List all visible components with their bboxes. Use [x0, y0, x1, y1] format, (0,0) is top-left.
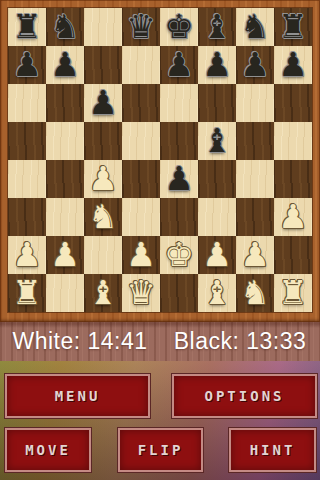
white-bishop: ♝ [84, 274, 122, 312]
white-king: ♚ [160, 236, 198, 274]
white-pawn: ♟ [198, 236, 236, 274]
white-rook: ♜ [274, 274, 312, 312]
square-a8[interactable]: ♜ [8, 8, 46, 46]
black-pawn: ♟ [236, 46, 274, 84]
square-f3[interactable] [198, 198, 236, 236]
black-rook: ♜ [8, 8, 46, 46]
square-e2[interactable]: ♚ [160, 236, 198, 274]
square-e7[interactable]: ♟ [160, 46, 198, 84]
square-a5[interactable] [8, 122, 46, 160]
white-pawn: ♟ [84, 160, 122, 198]
square-g6[interactable] [236, 84, 274, 122]
square-f5[interactable]: ♝ [198, 122, 236, 160]
square-c4[interactable]: ♟ [84, 160, 122, 198]
square-h4[interactable] [274, 160, 312, 198]
square-e3[interactable] [160, 198, 198, 236]
square-c2[interactable] [84, 236, 122, 274]
square-d4[interactable] [122, 160, 160, 198]
black-bishop: ♝ [198, 8, 236, 46]
square-f1[interactable]: ♝ [198, 274, 236, 312]
chess-app-screen: ♜♞♛♚♝♞♜♟♟♟♟♟♟♟♝♟♟♞♟♟♟♟♚♟♟♜♝♛♝♞♜ White: 1… [0, 0, 320, 480]
square-b2[interactable]: ♟ [46, 236, 84, 274]
black-knight: ♞ [236, 8, 274, 46]
square-h5[interactable] [274, 122, 312, 160]
black-clock: Black: 13:33 [160, 328, 320, 355]
square-b7[interactable]: ♟ [46, 46, 84, 84]
square-d8[interactable]: ♛ [122, 8, 160, 46]
white-pawn: ♟ [122, 236, 160, 274]
black-pawn: ♟ [198, 46, 236, 84]
square-d1[interactable]: ♛ [122, 274, 160, 312]
black-knight: ♞ [46, 8, 84, 46]
square-a1[interactable]: ♜ [8, 274, 46, 312]
square-g8[interactable]: ♞ [236, 8, 274, 46]
flip-button[interactable]: FLIP [118, 428, 203, 472]
square-h6[interactable] [274, 84, 312, 122]
black-pawn: ♟ [8, 46, 46, 84]
white-bishop: ♝ [198, 274, 236, 312]
white-knight: ♞ [236, 274, 274, 312]
square-c3[interactable]: ♞ [84, 198, 122, 236]
square-h8[interactable]: ♜ [274, 8, 312, 46]
square-a4[interactable] [8, 160, 46, 198]
black-rook: ♜ [274, 8, 312, 46]
square-b3[interactable] [46, 198, 84, 236]
white-pawn: ♟ [236, 236, 274, 274]
black-king: ♚ [160, 8, 198, 46]
square-e1[interactable] [160, 274, 198, 312]
options-button[interactable]: OPTIONS [172, 374, 317, 418]
white-pawn: ♟ [8, 236, 46, 274]
square-f4[interactable] [198, 160, 236, 198]
menu-button[interactable]: MENU [5, 374, 150, 418]
square-e6[interactable] [160, 84, 198, 122]
square-e5[interactable] [160, 122, 198, 160]
square-h2[interactable] [274, 236, 312, 274]
square-e8[interactable]: ♚ [160, 8, 198, 46]
square-d6[interactable] [122, 84, 160, 122]
white-queen: ♛ [122, 274, 160, 312]
square-d3[interactable] [122, 198, 160, 236]
square-e4[interactable]: ♟ [160, 160, 198, 198]
white-pawn: ♟ [46, 236, 84, 274]
square-c7[interactable] [84, 46, 122, 84]
black-bishop: ♝ [198, 122, 236, 160]
square-f6[interactable] [198, 84, 236, 122]
square-d5[interactable] [122, 122, 160, 160]
chess-board[interactable]: ♜♞♛♚♝♞♜♟♟♟♟♟♟♟♝♟♟♞♟♟♟♟♚♟♟♜♝♛♝♞♜ [8, 8, 312, 312]
white-knight: ♞ [84, 198, 122, 236]
control-panel: MENU OPTIONS MOVE FLIP HINT [0, 361, 320, 480]
clock-bar: White: 14:41 Black: 13:33 [0, 322, 320, 361]
square-b8[interactable]: ♞ [46, 8, 84, 46]
square-h3[interactable]: ♟ [274, 198, 312, 236]
square-a2[interactable]: ♟ [8, 236, 46, 274]
square-d7[interactable] [122, 46, 160, 84]
square-g2[interactable]: ♟ [236, 236, 274, 274]
square-h1[interactable]: ♜ [274, 274, 312, 312]
square-a6[interactable] [8, 84, 46, 122]
move-button[interactable]: MOVE [5, 428, 91, 472]
black-pawn: ♟ [84, 84, 122, 122]
square-g7[interactable]: ♟ [236, 46, 274, 84]
hint-button[interactable]: HINT [229, 428, 316, 472]
square-g5[interactable] [236, 122, 274, 160]
square-d2[interactable]: ♟ [122, 236, 160, 274]
black-pawn: ♟ [160, 160, 198, 198]
square-b6[interactable] [46, 84, 84, 122]
square-g1[interactable]: ♞ [236, 274, 274, 312]
white-clock: White: 14:41 [0, 328, 160, 355]
black-pawn: ♟ [160, 46, 198, 84]
black-pawn: ♟ [274, 46, 312, 84]
chess-board-frame: ♜♞♛♚♝♞♜♟♟♟♟♟♟♟♝♟♟♞♟♟♟♟♚♟♟♜♝♛♝♞♜ [0, 0, 320, 322]
square-b1[interactable] [46, 274, 84, 312]
square-f8[interactable]: ♝ [198, 8, 236, 46]
square-a3[interactable] [8, 198, 46, 236]
square-b4[interactable] [46, 160, 84, 198]
square-c5[interactable] [84, 122, 122, 160]
black-queen: ♛ [122, 8, 160, 46]
square-b5[interactable] [46, 122, 84, 160]
square-a7[interactable]: ♟ [8, 46, 46, 84]
square-f2[interactable]: ♟ [198, 236, 236, 274]
square-c1[interactable]: ♝ [84, 274, 122, 312]
white-rook: ♜ [8, 274, 46, 312]
square-g3[interactable] [236, 198, 274, 236]
square-h7[interactable]: ♟ [274, 46, 312, 84]
square-g4[interactable] [236, 160, 274, 198]
white-pawn: ♟ [274, 198, 312, 236]
square-c6[interactable]: ♟ [84, 84, 122, 122]
square-f7[interactable]: ♟ [198, 46, 236, 84]
square-c8[interactable] [84, 8, 122, 46]
black-pawn: ♟ [46, 46, 84, 84]
